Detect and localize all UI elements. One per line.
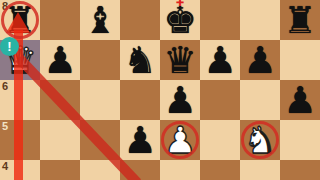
chess-board-screenshot: ♜♝♚♜♛♟♞♛♟♟♟♟♟♟♞ 87654 ✚ ! [0,0,320,180]
king-cross-icon: ✚ [172,0,188,8]
square-f8[interactable] [200,0,240,40]
piece-black-queen[interactable]: ♛ [160,40,200,80]
square-g6[interactable] [240,80,280,120]
square-e7[interactable]: ♛ [160,40,200,80]
piece-black-knight[interactable]: ♞ [120,40,160,80]
square-c6[interactable] [80,80,120,120]
piece-black-pawn[interactable]: ♟ [120,120,160,160]
square-f6[interactable] [200,80,240,120]
red-circle-e5 [161,121,199,159]
square-d7[interactable]: ♞ [120,40,160,80]
square-b5[interactable] [40,120,80,160]
piece-black-pawn[interactable]: ♟ [200,40,240,80]
rank-label-4: 4 [2,159,8,173]
square-h6[interactable]: ♟ [280,80,320,120]
square-h5[interactable] [280,120,320,160]
square-b4[interactable] [40,160,80,180]
square-h8[interactable]: ♜ [280,0,320,40]
piece-black-pawn[interactable]: ♟ [240,40,280,80]
piece-black-pawn[interactable]: ♟ [280,80,320,120]
square-e6[interactable]: ♟ [160,80,200,120]
square-e4[interactable] [160,160,200,180]
red-circle-g5 [241,121,279,159]
square-f5[interactable] [200,120,240,160]
square-f4[interactable] [200,160,240,180]
square-b7[interactable]: ♟ [40,40,80,80]
rank-label-5: 5 [2,119,8,133]
piece-black-pawn[interactable]: ♟ [160,80,200,120]
piece-black-bishop[interactable]: ♝ [80,0,120,40]
square-h4[interactable] [280,160,320,180]
square-f7[interactable]: ♟ [200,40,240,80]
square-h7[interactable] [280,40,320,80]
square-b8[interactable] [40,0,80,40]
square-g7[interactable]: ♟ [240,40,280,80]
square-c7[interactable] [80,40,120,80]
move-annotation-badge: ! [0,37,19,56]
square-d6[interactable] [120,80,160,120]
square-g4[interactable] [240,160,280,180]
square-c8[interactable]: ♝ [80,0,120,40]
red-circle-a8 [1,1,39,39]
square-d5[interactable]: ♟ [120,120,160,160]
square-g8[interactable] [240,0,280,40]
square-d8[interactable] [120,0,160,40]
piece-black-pawn[interactable]: ♟ [40,40,80,80]
piece-black-rook[interactable]: ♜ [280,0,320,40]
